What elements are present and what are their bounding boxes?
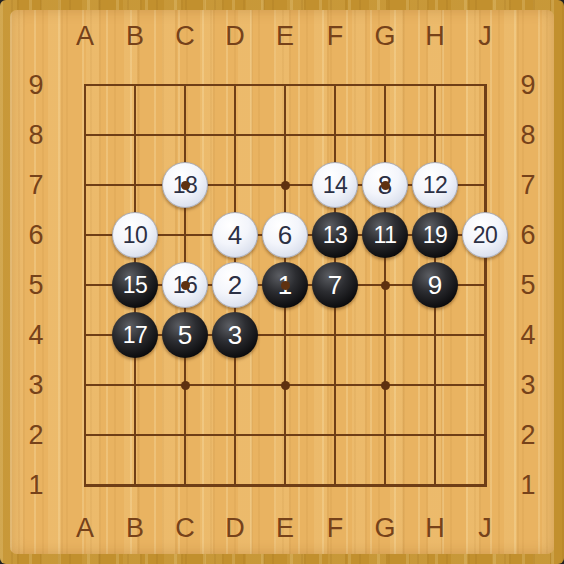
column-label-B: B xyxy=(110,504,160,552)
column-labels-bottom: ABCDEFGHJ xyxy=(60,504,510,552)
white-stone-move-6: 6 xyxy=(262,212,308,258)
white-stone-move-14: 14 xyxy=(312,162,358,208)
row-label-4: 4 xyxy=(12,310,60,360)
row-label-7: 7 xyxy=(504,160,552,210)
black-stone-move-3: 3 xyxy=(212,312,258,358)
column-label-B: B xyxy=(110,12,160,60)
go-board-screenshot: ABCDEFGHJ ABCDEFGHJ 987654321 987654321 … xyxy=(0,0,564,564)
intersection-F6: 13 xyxy=(310,210,360,260)
move-number: 7 xyxy=(328,272,342,298)
star-point-E5 xyxy=(281,281,290,290)
row-label-4: 4 xyxy=(504,310,552,360)
row-label-3: 3 xyxy=(504,360,552,410)
column-label-A: A xyxy=(60,504,110,552)
column-label-C: C xyxy=(160,12,210,60)
row-labels-left: 987654321 xyxy=(12,60,60,510)
intersection-D4: 3 xyxy=(210,310,260,360)
intersection-J6: 20 xyxy=(460,210,510,260)
star-point-E7 xyxy=(281,181,290,190)
star-point-G7 xyxy=(381,181,390,190)
move-number: 15 xyxy=(123,274,148,297)
move-number: 12 xyxy=(423,174,448,197)
move-number: 13 xyxy=(323,224,348,247)
move-number: 6 xyxy=(278,222,292,248)
row-label-9: 9 xyxy=(12,60,60,110)
black-stone-move-11: 11 xyxy=(362,212,408,258)
white-stone-move-4: 4 xyxy=(212,212,258,258)
move-number: 17 xyxy=(123,324,148,347)
white-stone-move-12: 12 xyxy=(412,162,458,208)
move-number: 10 xyxy=(123,224,148,247)
move-number: 3 xyxy=(228,322,242,348)
black-stone-move-19: 19 xyxy=(412,212,458,258)
column-label-D: D xyxy=(210,12,260,60)
column-label-H: H xyxy=(410,12,460,60)
intersection-D6: 4 xyxy=(210,210,260,260)
move-number: 20 xyxy=(473,224,498,247)
column-label-C: C xyxy=(160,504,210,552)
star-point-E3 xyxy=(281,381,290,390)
white-stone-move-20: 20 xyxy=(462,212,508,258)
move-number: 14 xyxy=(323,174,348,197)
intersection-B5: 15 xyxy=(110,260,160,310)
move-number: 19 xyxy=(423,224,448,247)
column-label-F: F xyxy=(310,12,360,60)
intersection-H7: 12 xyxy=(410,160,460,210)
column-label-A: A xyxy=(60,12,110,60)
move-number: 4 xyxy=(228,222,242,248)
move-number: 2 xyxy=(228,272,242,298)
intersection-B6: 10 xyxy=(110,210,160,260)
column-label-J: J xyxy=(460,504,510,552)
star-point-G3 xyxy=(381,381,390,390)
goban-frame: ABCDEFGHJ ABCDEFGHJ 987654321 987654321 … xyxy=(0,0,564,564)
intersection-H6: 19 xyxy=(410,210,460,260)
intersection-G6: 11 xyxy=(360,210,410,260)
column-label-G: G xyxy=(360,12,410,60)
column-label-E: E xyxy=(260,504,310,552)
black-stone-move-15: 15 xyxy=(112,262,158,308)
row-label-7: 7 xyxy=(12,160,60,210)
row-label-9: 9 xyxy=(504,60,552,110)
black-stone-move-13: 13 xyxy=(312,212,358,258)
row-label-1: 1 xyxy=(504,460,552,510)
move-number: 9 xyxy=(428,272,442,298)
row-label-8: 8 xyxy=(12,110,60,160)
row-label-1: 1 xyxy=(12,460,60,510)
star-point-C5 xyxy=(181,281,190,290)
intersection-C4: 5 xyxy=(160,310,210,360)
column-label-H: H xyxy=(410,504,460,552)
white-stone-move-2: 2 xyxy=(212,262,258,308)
intersection-D5: 2 xyxy=(210,260,260,310)
black-stone-move-5: 5 xyxy=(162,312,208,358)
black-stone-move-9: 9 xyxy=(412,262,458,308)
intersection-F7: 14 xyxy=(310,160,360,210)
row-label-5: 5 xyxy=(12,260,60,310)
column-label-F: F xyxy=(310,504,360,552)
intersection-E6: 6 xyxy=(260,210,310,260)
intersection-B4: 17 xyxy=(110,310,160,360)
move-number: 11 xyxy=(374,224,397,247)
column-labels-top: ABCDEFGHJ xyxy=(60,12,510,60)
move-number: 5 xyxy=(178,322,192,348)
star-point-C7 xyxy=(181,181,190,190)
black-stone-move-7: 7 xyxy=(312,262,358,308)
intersection-F5: 7 xyxy=(310,260,360,310)
black-stone-move-17: 17 xyxy=(112,312,158,358)
column-label-G: G xyxy=(360,504,410,552)
row-label-6: 6 xyxy=(504,210,552,260)
star-point-C3 xyxy=(181,381,190,390)
star-point-G5 xyxy=(381,281,390,290)
row-label-8: 8 xyxy=(504,110,552,160)
row-label-3: 3 xyxy=(12,360,60,410)
board-grid[interactable]: 1234567891011121314151617181920 xyxy=(60,60,510,510)
row-label-2: 2 xyxy=(504,410,552,460)
row-label-2: 2 xyxy=(12,410,60,460)
column-label-D: D xyxy=(210,504,260,552)
white-stone-move-10: 10 xyxy=(112,212,158,258)
column-label-J: J xyxy=(460,12,510,60)
row-labels-right: 987654321 xyxy=(504,60,552,510)
column-label-E: E xyxy=(260,12,310,60)
row-label-5: 5 xyxy=(504,260,552,310)
row-label-6: 6 xyxy=(12,210,60,260)
intersection-H5: 9 xyxy=(410,260,460,310)
